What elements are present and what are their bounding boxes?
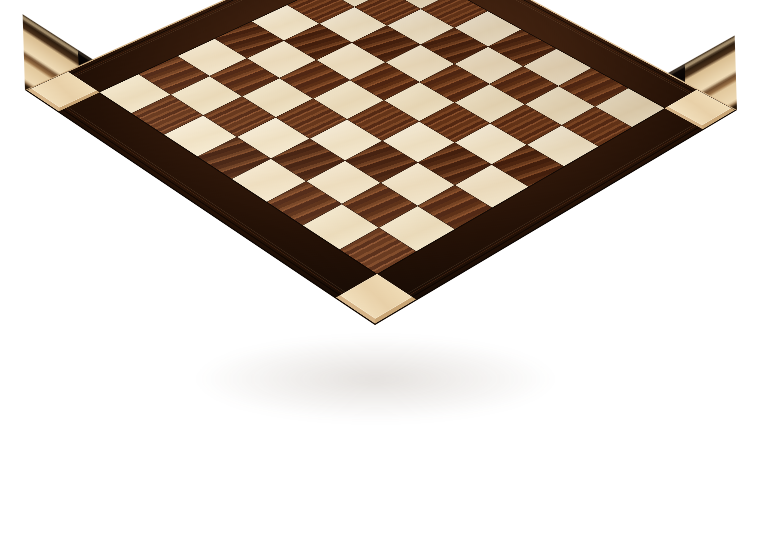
chessboard-product-photo	[0, 0, 768, 543]
chess-board	[25, 0, 737, 325]
playing-field	[100, 0, 665, 274]
corner-block-near	[336, 274, 416, 324]
board-top-surface	[25, 0, 737, 325]
drop-shadow	[150, 325, 620, 460]
